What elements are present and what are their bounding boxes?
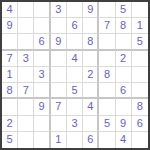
sudoku-cell-r1c6[interactable]: 9 <box>83 2 99 18</box>
sudoku-cell-r8c8[interactable]: 9 <box>116 116 132 132</box>
sudoku-cell-r4c3[interactable] <box>34 51 50 67</box>
sudoku-cell-r3c9[interactable]: 5 <box>132 34 148 50</box>
sudoku-cell-r3c1[interactable] <box>2 34 18 50</box>
sudoku-cell-r9c6[interactable]: 6 <box>83 132 99 148</box>
sudoku-cell-r4c2[interactable]: 3 <box>18 51 34 67</box>
sudoku-cell-r7c7[interactable] <box>99 99 115 115</box>
sudoku-cell-r1c1[interactable]: 4 <box>2 2 18 18</box>
sudoku-cell-r5c7[interactable]: 8 <box>99 67 115 83</box>
sudoku-cell-r3c4[interactable]: 9 <box>51 34 67 50</box>
sudoku-cell-r2c5[interactable]: 6 <box>67 18 83 34</box>
sudoku-cell-r9c5[interactable] <box>67 132 83 148</box>
sudoku-cell-r6c9[interactable] <box>132 83 148 99</box>
sudoku-cell-r7c4[interactable]: 7 <box>51 99 67 115</box>
sudoku-cell-r1c9[interactable] <box>132 2 148 18</box>
sudoku-cell-r9c2[interactable] <box>18 132 34 148</box>
sudoku-cell-r8c4[interactable] <box>51 116 67 132</box>
sudoku-cell-r6c4[interactable] <box>51 83 67 99</box>
sudoku-cell-r8c5[interactable]: 3 <box>67 116 83 132</box>
sudoku-cell-r7c6[interactable]: 4 <box>83 99 99 115</box>
sudoku-cell-r6c2[interactable]: 7 <box>18 83 34 99</box>
sudoku-cell-r8c9[interactable]: 6 <box>132 116 148 132</box>
sudoku-cell-r8c6[interactable] <box>83 116 99 132</box>
sudoku-cell-r4c5[interactable]: 4 <box>67 51 83 67</box>
sudoku-cell-r4c4[interactable] <box>51 51 67 67</box>
sudoku-cell-r5c6[interactable]: 2 <box>83 67 99 83</box>
sudoku-cell-r4c6[interactable] <box>83 51 99 67</box>
sudoku-cell-r4c9[interactable] <box>132 51 148 67</box>
sudoku-cell-r1c3[interactable] <box>34 2 50 18</box>
sudoku-cell-r7c8[interactable] <box>116 99 132 115</box>
sudoku-cell-r4c7[interactable] <box>99 51 115 67</box>
sudoku-cell-r3c8[interactable] <box>116 34 132 50</box>
sudoku-cell-r6c5[interactable]: 5 <box>67 83 83 99</box>
sudoku-cell-r2c4[interactable] <box>51 18 67 34</box>
sudoku-cell-r5c3[interactable]: 3 <box>34 67 50 83</box>
sudoku-cell-r7c1[interactable] <box>2 99 18 115</box>
sudoku-cell-r9c8[interactable]: 4 <box>116 132 132 148</box>
sudoku-cell-r1c8[interactable]: 5 <box>116 2 132 18</box>
sudoku-cell-r4c1[interactable]: 7 <box>2 51 18 67</box>
sudoku-cell-r9c7[interactable] <box>99 132 115 148</box>
sudoku-cell-r3c3[interactable]: 6 <box>34 34 50 50</box>
sudoku-cell-r8c7[interactable]: 5 <box>99 116 115 132</box>
sudoku-cell-r2c6[interactable] <box>83 18 99 34</box>
sudoku-cell-r9c1[interactable]: 5 <box>2 132 18 148</box>
sudoku-cell-r1c5[interactable] <box>67 2 83 18</box>
sudoku-cell-r6c7[interactable] <box>99 83 115 99</box>
sudoku-cell-r7c5[interactable] <box>67 99 83 115</box>
sudoku-cell-r1c7[interactable] <box>99 2 115 18</box>
sudoku-cell-r7c3[interactable]: 9 <box>34 99 50 115</box>
sudoku-cell-r6c8[interactable]: 6 <box>116 83 132 99</box>
sudoku-cell-r3c2[interactable] <box>18 34 34 50</box>
sudoku-cell-r7c9[interactable]: 8 <box>132 99 148 115</box>
sudoku-cell-r7c2[interactable] <box>18 99 34 115</box>
sudoku-cell-r2c1[interactable]: 9 <box>2 18 18 34</box>
sudoku-cell-r2c8[interactable]: 8 <box>116 18 132 34</box>
sudoku-cell-r5c5[interactable] <box>67 67 83 83</box>
sudoku-cell-r8c2[interactable] <box>18 116 34 132</box>
sudoku-cell-r4c8[interactable]: 2 <box>116 51 132 67</box>
sudoku-cell-r1c4[interactable]: 3 <box>51 2 67 18</box>
sudoku-cell-r6c1[interactable]: 8 <box>2 83 18 99</box>
sudoku-cell-r8c1[interactable]: 2 <box>2 116 18 132</box>
sudoku-cell-r2c3[interactable] <box>34 18 50 34</box>
sudoku-cell-r5c8[interactable] <box>116 67 132 83</box>
sudoku-cell-r5c1[interactable]: 1 <box>2 67 18 83</box>
sudoku-cell-r2c7[interactable]: 7 <box>99 18 115 34</box>
sudoku-cell-r3c5[interactable] <box>67 34 83 50</box>
sudoku-cell-r3c7[interactable] <box>99 34 115 50</box>
sudoku-cell-r5c9[interactable] <box>132 67 148 83</box>
sudoku-cell-r9c3[interactable] <box>34 132 50 148</box>
sudoku-board: 43959678169857342132887569748235965164 <box>0 0 150 150</box>
sudoku-cell-r2c2[interactable] <box>18 18 34 34</box>
sudoku-cell-r2c9[interactable]: 1 <box>132 18 148 34</box>
sudoku-cell-r6c3[interactable] <box>34 83 50 99</box>
sudoku-cell-r9c9[interactable] <box>132 132 148 148</box>
sudoku-cell-r6c6[interactable] <box>83 83 99 99</box>
sudoku-cell-r8c3[interactable] <box>34 116 50 132</box>
sudoku-cell-r1c2[interactable] <box>18 2 34 18</box>
sudoku-cell-r3c6[interactable]: 8 <box>83 34 99 50</box>
sudoku-cell-r9c4[interactable]: 1 <box>51 132 67 148</box>
sudoku-cell-r5c4[interactable] <box>51 67 67 83</box>
sudoku-cell-r5c2[interactable] <box>18 67 34 83</box>
